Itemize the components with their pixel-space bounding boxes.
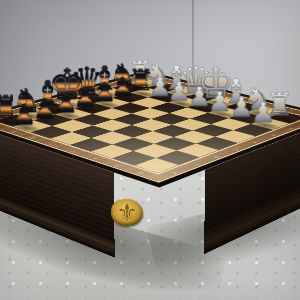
black-pawn: ♟: [54, 90, 78, 117]
silver-pawn: ♟: [229, 93, 253, 120]
file-label: H: [135, 171, 146, 175]
file-label: B: [9, 131, 19, 134]
rank-label: 5: [231, 148, 240, 151]
fleur-de-lis-icon: ⚜: [116, 199, 138, 227]
square: [112, 114, 151, 126]
rank-label: 7: [191, 163, 201, 166]
black-pawn: ♟: [33, 95, 57, 122]
rank-label: 6: [212, 155, 222, 158]
chess-case: ♜♞♝♛♚♝♞♜♞♜♟♟♟♟♟♟♝♟♛♟♚♟♝♟♞♟♜♟ ABCDEFGH123…: [0, 71, 300, 188]
file-label: G: [112, 164, 123, 168]
file-label: E: [68, 150, 78, 153]
scene-perspective: ♜♞♝♛♚♝♞♜♞♜♟♟♟♟♟♟♝♟♛♟♚♟♝♟♞♟♜♟ ABCDEFGH123…: [0, 0, 300, 300]
rank-label: 4: [250, 141, 259, 144]
black-pawn: ♟: [12, 101, 37, 129]
rank-label: 8: [170, 171, 180, 175]
rank-label: 3: [268, 134, 277, 137]
file-label: C: [28, 137, 38, 140]
silver-pawn: ♟: [208, 88, 232, 115]
file-label: D: [47, 143, 57, 146]
rank-label: 2: [286, 128, 295, 131]
brass-latch: ⚜: [104, 194, 150, 232]
silver-pawn: ♟: [251, 98, 276, 126]
file-label: F: [90, 157, 100, 160]
square: [215, 130, 256, 143]
product-photo: ♜♞♝♛♚♝♞♜♞♜♟♟♟♟♟♟♝♟♛♟♚♟♝♟♞♟♜♟ ABCDEFGH123…: [0, 0, 300, 300]
